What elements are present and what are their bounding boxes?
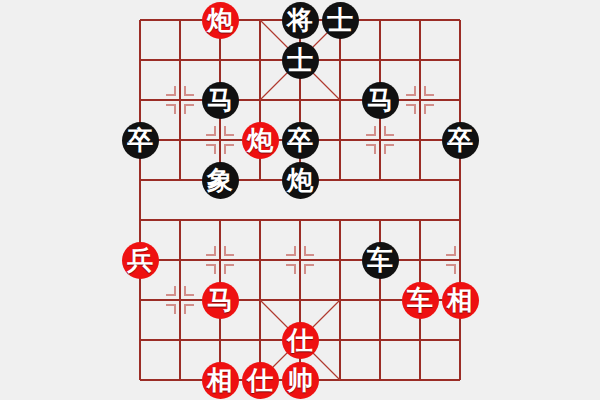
xiangqi-board: 炮将士士马马卒炮卒卒象炮兵车马车相仕相仕帅 bbox=[0, 0, 600, 400]
pieces-layer: 炮将士士马马卒炮卒卒象炮兵车马车相仕相仕帅 bbox=[120, 0, 480, 400]
piece-black-advisor[interactable]: 士 bbox=[322, 2, 359, 39]
piece-black-general[interactable]: 将 bbox=[282, 2, 319, 39]
piece-black-cannon[interactable]: 炮 bbox=[282, 162, 319, 199]
piece-red-elephant[interactable]: 相 bbox=[202, 362, 239, 399]
piece-red-cannon[interactable]: 炮 bbox=[202, 2, 239, 39]
piece-black-pawn[interactable]: 卒 bbox=[122, 122, 159, 159]
piece-black-chariot[interactable]: 车 bbox=[362, 242, 399, 279]
piece-black-horse[interactable]: 马 bbox=[362, 82, 399, 119]
piece-black-pawn[interactable]: 卒 bbox=[442, 122, 479, 159]
piece-red-general[interactable]: 帅 bbox=[282, 362, 319, 399]
piece-red-chariot[interactable]: 车 bbox=[402, 282, 439, 319]
piece-red-advisor[interactable]: 仕 bbox=[242, 362, 279, 399]
piece-red-horse[interactable]: 马 bbox=[202, 282, 239, 319]
piece-red-cannon[interactable]: 炮 bbox=[242, 122, 279, 159]
piece-black-horse[interactable]: 马 bbox=[202, 82, 239, 119]
piece-red-advisor[interactable]: 仕 bbox=[282, 322, 319, 359]
piece-black-advisor[interactable]: 士 bbox=[282, 42, 319, 79]
piece-red-elephant[interactable]: 相 bbox=[442, 282, 479, 319]
piece-red-pawn[interactable]: 兵 bbox=[122, 242, 159, 279]
piece-black-elephant[interactable]: 象 bbox=[202, 162, 239, 199]
piece-black-pawn[interactable]: 卒 bbox=[282, 122, 319, 159]
